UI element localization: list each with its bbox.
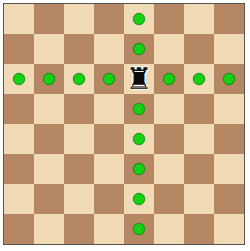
legal-move-dot[interactable]	[13, 73, 25, 85]
square-d4[interactable]	[94, 124, 124, 154]
square-a1[interactable]	[4, 214, 34, 244]
square-e6[interactable]: ♜	[124, 64, 154, 94]
square-c1[interactable]	[64, 214, 94, 244]
square-b4[interactable]	[34, 124, 64, 154]
legal-move-dot[interactable]	[133, 103, 145, 115]
square-a2[interactable]	[4, 184, 34, 214]
square-h6[interactable]	[214, 64, 244, 94]
square-b7[interactable]	[34, 34, 64, 64]
square-f6[interactable]	[154, 64, 184, 94]
square-f8[interactable]	[154, 4, 184, 34]
square-g4[interactable]	[184, 124, 214, 154]
square-a5[interactable]	[4, 94, 34, 124]
square-a7[interactable]	[4, 34, 34, 64]
square-g3[interactable]	[184, 154, 214, 184]
square-a3[interactable]	[4, 154, 34, 184]
square-f5[interactable]	[154, 94, 184, 124]
square-d6[interactable]	[94, 64, 124, 94]
square-e2[interactable]	[124, 184, 154, 214]
square-d1[interactable]	[94, 214, 124, 244]
square-g8[interactable]	[184, 4, 214, 34]
square-e1[interactable]	[124, 214, 154, 244]
square-h5[interactable]	[214, 94, 244, 124]
square-c8[interactable]	[64, 4, 94, 34]
square-a6[interactable]	[4, 64, 34, 94]
square-e4[interactable]	[124, 124, 154, 154]
square-c7[interactable]	[64, 34, 94, 64]
square-e3[interactable]	[124, 154, 154, 184]
square-b5[interactable]	[34, 94, 64, 124]
legal-move-dot[interactable]	[103, 73, 115, 85]
legal-move-dot[interactable]	[133, 13, 145, 25]
square-f1[interactable]	[154, 214, 184, 244]
square-c3[interactable]	[64, 154, 94, 184]
board-frame: ♜	[3, 3, 245, 245]
black-rook[interactable]: ♜	[126, 64, 153, 94]
legal-move-dot[interactable]	[133, 193, 145, 205]
square-e5[interactable]	[124, 94, 154, 124]
square-f7[interactable]	[154, 34, 184, 64]
square-h7[interactable]	[214, 34, 244, 64]
legal-move-dot[interactable]	[133, 223, 145, 235]
square-b2[interactable]	[34, 184, 64, 214]
square-b8[interactable]	[34, 4, 64, 34]
square-d8[interactable]	[94, 4, 124, 34]
square-b1[interactable]	[34, 214, 64, 244]
square-c5[interactable]	[64, 94, 94, 124]
square-d5[interactable]	[94, 94, 124, 124]
square-d2[interactable]	[94, 184, 124, 214]
square-e7[interactable]	[124, 34, 154, 64]
legal-move-dot[interactable]	[43, 73, 55, 85]
square-a8[interactable]	[4, 4, 34, 34]
legal-move-dot[interactable]	[133, 163, 145, 175]
square-c6[interactable]	[64, 64, 94, 94]
chess-board: ♜	[4, 4, 244, 244]
square-a4[interactable]	[4, 124, 34, 154]
square-b6[interactable]	[34, 64, 64, 94]
square-g7[interactable]	[184, 34, 214, 64]
legal-move-dot[interactable]	[193, 73, 205, 85]
legal-move-dot[interactable]	[223, 73, 235, 85]
square-g5[interactable]	[184, 94, 214, 124]
square-c4[interactable]	[64, 124, 94, 154]
legal-move-dot[interactable]	[133, 133, 145, 145]
square-f2[interactable]	[154, 184, 184, 214]
square-h8[interactable]	[214, 4, 244, 34]
legal-move-dot[interactable]	[133, 43, 145, 55]
square-c2[interactable]	[64, 184, 94, 214]
square-d7[interactable]	[94, 34, 124, 64]
square-g6[interactable]	[184, 64, 214, 94]
square-h4[interactable]	[214, 124, 244, 154]
legal-move-dot[interactable]	[163, 73, 175, 85]
square-e8[interactable]	[124, 4, 154, 34]
square-b3[interactable]	[34, 154, 64, 184]
square-f3[interactable]	[154, 154, 184, 184]
square-h3[interactable]	[214, 154, 244, 184]
square-f4[interactable]	[154, 124, 184, 154]
legal-move-dot[interactable]	[73, 73, 85, 85]
square-h1[interactable]	[214, 214, 244, 244]
square-d3[interactable]	[94, 154, 124, 184]
square-g2[interactable]	[184, 184, 214, 214]
square-h2[interactable]	[214, 184, 244, 214]
square-g1[interactable]	[184, 214, 214, 244]
